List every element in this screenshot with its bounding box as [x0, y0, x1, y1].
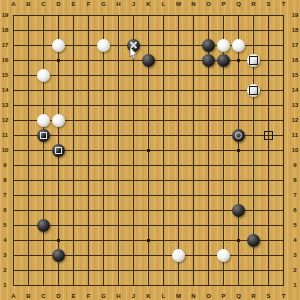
row-label-left: 1	[0, 281, 11, 289]
row-label-left: 19	[0, 11, 11, 19]
grid-line-horizontal	[13, 270, 284, 271]
row-label-left: 6	[0, 206, 11, 214]
column-label-bottom: M	[173, 292, 185, 300]
row-label-right: 5	[289, 221, 300, 229]
column-label-top: A	[8, 0, 20, 8]
column-label-top: O	[203, 0, 215, 8]
grid-line-horizontal	[13, 195, 284, 196]
column-label-bottom: Q	[233, 292, 245, 300]
column-label-top: E	[68, 0, 80, 8]
row-label-right: 9	[289, 161, 300, 169]
star-point	[147, 239, 150, 242]
stone-white	[37, 69, 50, 82]
grid-line-vertical	[193, 15, 194, 286]
stone-black	[127, 39, 140, 52]
column-label-top: J	[128, 0, 140, 8]
grid-line-horizontal	[13, 285, 284, 286]
column-label-bottom: K	[143, 292, 155, 300]
column-label-top: Q	[233, 0, 245, 8]
stone-white	[247, 54, 260, 67]
row-label-right: 17	[289, 41, 300, 49]
row-label-left: 4	[0, 236, 11, 244]
grid-line-horizontal	[13, 165, 284, 166]
square-marker-icon	[249, 86, 258, 95]
column-label-top: B	[23, 0, 35, 8]
stone-black	[37, 129, 50, 142]
star-point	[237, 239, 240, 242]
stone-black	[37, 219, 50, 232]
column-label-bottom: H	[113, 292, 125, 300]
stone-black	[202, 54, 215, 67]
row-label-left: 16	[0, 56, 11, 64]
stone-white	[52, 39, 65, 52]
column-label-top: M	[173, 0, 185, 8]
row-label-right: 2	[289, 266, 300, 274]
row-label-left: 17	[0, 41, 11, 49]
row-label-left: 13	[0, 101, 11, 109]
stone-white	[37, 114, 50, 127]
row-label-right: 18	[289, 26, 300, 34]
row-label-left: 10	[0, 146, 11, 154]
row-label-left: 5	[0, 221, 11, 229]
column-label-bottom: B	[23, 292, 35, 300]
square-marker-empty-point	[264, 131, 273, 140]
column-label-top: R	[248, 0, 260, 8]
row-label-left: 11	[0, 131, 11, 139]
row-label-left: 8	[0, 176, 11, 184]
stone-white	[97, 39, 110, 52]
row-label-right: 13	[289, 101, 300, 109]
column-label-top: H	[113, 0, 125, 8]
row-label-right: 11	[289, 131, 300, 139]
square-marker-icon	[55, 147, 62, 154]
column-label-bottom: R	[248, 292, 260, 300]
column-label-top: L	[158, 0, 170, 8]
grid-line-horizontal	[13, 180, 284, 181]
row-label-left: 12	[0, 116, 11, 124]
column-label-top: S	[263, 0, 275, 8]
star-point	[57, 239, 60, 242]
stone-black	[247, 234, 260, 247]
row-label-right: 4	[289, 236, 300, 244]
square-marker-icon	[40, 132, 47, 139]
column-label-bottom: O	[203, 292, 215, 300]
row-label-right: 16	[289, 56, 300, 64]
row-label-left: 15	[0, 71, 11, 79]
column-label-bottom: J	[128, 292, 140, 300]
column-label-bottom: C	[38, 292, 50, 300]
star-point	[147, 149, 150, 152]
row-label-left: 7	[0, 191, 11, 199]
column-label-top: K	[143, 0, 155, 8]
grid-line-vertical	[283, 15, 284, 286]
column-label-bottom: T	[278, 292, 290, 300]
star-point	[237, 59, 240, 62]
row-label-right: 7	[289, 191, 300, 199]
stone-black	[202, 39, 215, 52]
square-marker-icon	[249, 56, 258, 65]
row-label-left: 3	[0, 251, 11, 259]
stone-white	[172, 249, 185, 262]
column-label-top: D	[53, 0, 65, 8]
star-point	[57, 59, 60, 62]
row-label-right: 6	[289, 206, 300, 214]
row-label-left: 2	[0, 266, 11, 274]
stone-white	[217, 39, 230, 52]
grid-line-vertical	[178, 15, 179, 286]
circle-marker-icon	[235, 132, 242, 139]
row-label-right: 12	[289, 116, 300, 124]
row-label-right: 10	[289, 146, 300, 154]
column-label-bottom: D	[53, 292, 65, 300]
row-label-right: 14	[289, 86, 300, 94]
column-label-top: P	[218, 0, 230, 8]
stone-black	[232, 204, 245, 217]
row-label-left: 18	[0, 26, 11, 34]
column-label-top: T	[278, 0, 290, 8]
grid-line-vertical	[268, 15, 269, 286]
row-label-right: 1	[289, 281, 300, 289]
stone-black	[217, 54, 230, 67]
stone-white	[232, 39, 245, 52]
column-label-top: F	[83, 0, 95, 8]
star-point	[237, 149, 240, 152]
grid-line-vertical	[163, 15, 164, 286]
column-label-bottom: G	[98, 292, 110, 300]
row-label-left: 14	[0, 86, 11, 94]
row-label-right: 15	[289, 71, 300, 79]
column-label-bottom: A	[8, 292, 20, 300]
stone-black	[142, 54, 155, 67]
column-label-bottom: S	[263, 292, 275, 300]
row-label-right: 19	[289, 11, 300, 19]
grid-line-horizontal	[13, 225, 284, 226]
stone-white	[247, 84, 260, 97]
stone-white	[52, 114, 65, 127]
column-label-bottom: L	[158, 292, 170, 300]
column-label-bottom: E	[68, 292, 80, 300]
row-label-left: 9	[0, 161, 11, 169]
column-label-top: G	[98, 0, 110, 8]
stone-black	[232, 129, 245, 142]
stone-white	[217, 249, 230, 262]
go-board[interactable]: AABBCCDDEEFFGGHHJJKKLLMMNNOOPPQQRRSSTT19…	[0, 0, 300, 300]
column-label-top: N	[188, 0, 200, 8]
stone-black	[52, 144, 65, 157]
column-label-bottom: P	[218, 292, 230, 300]
column-label-bottom: N	[188, 292, 200, 300]
column-label-bottom: F	[83, 292, 95, 300]
row-label-right: 3	[289, 251, 300, 259]
go-client-window: AABBCCDDEEFFGGHHJJKKLLMMNNOOPPQQRRSSTT19…	[0, 0, 300, 300]
stone-black	[52, 249, 65, 262]
column-label-top: C	[38, 0, 50, 8]
row-label-right: 8	[289, 176, 300, 184]
